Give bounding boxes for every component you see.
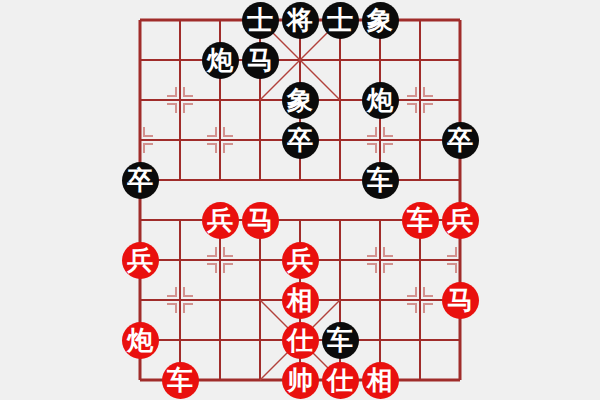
piece-black-soldier[interactable]: 卒 <box>442 122 479 159</box>
piece-red-soldier[interactable]: 兵 <box>202 202 239 239</box>
piece-black-horse[interactable]: 马 <box>242 42 279 79</box>
piece-red-elephant[interactable]: 相 <box>282 282 319 319</box>
piece-red-elephant[interactable]: 相 <box>362 362 399 399</box>
piece-red-advisor[interactable]: 仕 <box>282 322 319 359</box>
piece-black-advisor[interactable]: 士 <box>322 2 359 39</box>
piece-red-general[interactable]: 帅 <box>282 362 319 399</box>
xiangqi-board-area: 士将士象炮马象炮卒卒卒车车兵马车兵兵兵相马炮仕车帅仕相 <box>0 0 600 400</box>
piece-red-soldier[interactable]: 兵 <box>122 242 159 279</box>
piece-black-chariot[interactable]: 车 <box>322 322 359 359</box>
piece-red-soldier[interactable]: 兵 <box>282 242 319 279</box>
piece-red-chariot[interactable]: 车 <box>402 202 439 239</box>
piece-black-advisor[interactable]: 士 <box>242 2 279 39</box>
piece-red-advisor[interactable]: 仕 <box>322 362 359 399</box>
piece-red-soldier[interactable]: 兵 <box>442 202 479 239</box>
piece-black-elephant[interactable]: 象 <box>362 2 399 39</box>
piece-black-soldier[interactable]: 卒 <box>122 162 159 199</box>
piece-black-chariot[interactable]: 车 <box>362 162 399 199</box>
piece-black-elephant[interactable]: 象 <box>282 82 319 119</box>
piece-black-cannon[interactable]: 炮 <box>202 42 239 79</box>
piece-black-general[interactable]: 将 <box>282 2 319 39</box>
piece-red-cannon[interactable]: 炮 <box>122 322 159 359</box>
piece-red-horse[interactable]: 马 <box>442 282 479 319</box>
piece-red-chariot[interactable]: 车 <box>162 362 199 399</box>
piece-black-soldier[interactable]: 卒 <box>282 122 319 159</box>
piece-black-cannon[interactable]: 炮 <box>362 82 399 119</box>
piece-red-horse[interactable]: 马 <box>242 202 279 239</box>
